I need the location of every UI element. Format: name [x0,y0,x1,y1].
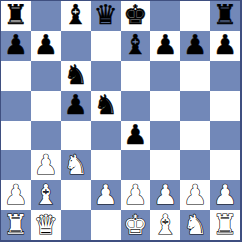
square-c4[interactable] [61,121,91,151]
square-c2[interactable] [61,180,91,210]
square-h4[interactable] [210,121,240,151]
square-a3[interactable] [1,150,31,180]
square-f4[interactable] [150,121,180,151]
square-h5[interactable] [210,91,240,121]
white-pawn[interactable]: ♟ [153,181,177,208]
square-a5[interactable] [1,91,31,121]
square-f6[interactable] [150,61,180,91]
square-c7[interactable] [61,31,91,61]
square-c6[interactable]: ♞ [61,61,91,91]
square-e5[interactable] [121,91,151,121]
square-b5[interactable] [31,91,61,121]
square-g5[interactable] [180,91,210,121]
square-d4[interactable] [91,121,121,151]
square-g1[interactable]: ♞ [180,210,210,240]
black-pawn[interactable]: ♟ [4,31,28,58]
square-g4[interactable] [180,121,210,151]
white-pawn[interactable]: ♟ [34,151,58,178]
square-b2[interactable]: ♝ [31,180,61,210]
square-g3[interactable] [180,150,210,180]
white-pawn[interactable]: ♟ [4,181,28,208]
square-h1[interactable]: ♜ [210,210,240,240]
square-e7[interactable]: ♝ [121,31,151,61]
square-b7[interactable]: ♟ [31,31,61,61]
square-c1[interactable] [61,210,91,240]
black-bishop[interactable]: ♝ [64,1,88,28]
black-queen[interactable]: ♛ [93,1,117,28]
white-pawn[interactable]: ♟ [93,181,117,208]
black-pawn[interactable]: ♟ [123,121,147,148]
square-a2[interactable]: ♟ [1,180,31,210]
square-f7[interactable]: ♟ [150,31,180,61]
white-pawn[interactable]: ♟ [183,181,207,208]
white-knight[interactable]: ♞ [64,151,88,178]
square-g6[interactable] [180,61,210,91]
square-f8[interactable] [150,1,180,31]
square-h7[interactable]: ♟ [210,31,240,61]
white-knight[interactable]: ♞ [183,211,207,238]
square-d8[interactable]: ♛ [91,1,121,31]
black-knight[interactable]: ♞ [64,61,88,88]
square-f5[interactable] [150,91,180,121]
white-rook[interactable]: ♜ [213,211,237,238]
square-b3[interactable]: ♟ [31,150,61,180]
square-b1[interactable]: ♛ [31,210,61,240]
square-g8[interactable] [180,1,210,31]
square-a7[interactable]: ♟ [1,31,31,61]
black-knight[interactable]: ♞ [93,91,117,118]
square-c8[interactable]: ♝ [61,1,91,31]
square-h3[interactable] [210,150,240,180]
square-f1[interactable]: ♝ [150,210,180,240]
square-e2[interactable]: ♟ [121,180,151,210]
square-g7[interactable]: ♟ [180,31,210,61]
square-d5[interactable]: ♞ [91,91,121,121]
white-pawn[interactable]: ♟ [213,181,237,208]
black-rook[interactable]: ♜ [213,1,237,28]
white-bishop[interactable]: ♝ [34,181,58,208]
square-d6[interactable] [91,61,121,91]
square-e4[interactable]: ♟ [121,121,151,151]
black-rook[interactable]: ♜ [4,1,28,28]
square-h2[interactable]: ♟ [210,180,240,210]
square-d3[interactable] [91,150,121,180]
square-a4[interactable] [1,121,31,151]
square-h8[interactable]: ♜ [210,1,240,31]
square-e3[interactable] [121,150,151,180]
black-pawn[interactable]: ♟ [153,31,177,58]
square-g2[interactable]: ♟ [180,180,210,210]
square-e1[interactable]: ♚ [121,210,151,240]
square-c3[interactable]: ♞ [61,150,91,180]
black-king[interactable]: ♚ [123,1,147,28]
black-pawn[interactable]: ♟ [64,91,88,118]
square-f3[interactable] [150,150,180,180]
square-f2[interactable]: ♟ [150,180,180,210]
white-rook[interactable]: ♜ [4,211,28,238]
black-pawn[interactable]: ♟ [183,31,207,58]
square-e6[interactable] [121,61,151,91]
square-a8[interactable]: ♜ [1,1,31,31]
white-queen[interactable]: ♛ [34,211,58,238]
square-c5[interactable]: ♟ [61,91,91,121]
white-king[interactable]: ♚ [123,211,147,238]
square-d7[interactable] [91,31,121,61]
square-a6[interactable] [1,61,31,91]
white-bishop[interactable]: ♝ [153,211,177,238]
black-bishop[interactable]: ♝ [123,31,147,58]
square-b4[interactable] [31,121,61,151]
black-pawn[interactable]: ♟ [34,31,58,58]
square-a1[interactable]: ♜ [1,210,31,240]
chess-board: ♜♝♛♚♜♟♟♝♟♟♟♞♟♞♟♟♞♟♝♟♟♟♟♟♜♛♚♝♞♜ [0,0,242,242]
square-b6[interactable] [31,61,61,91]
square-d2[interactable]: ♟ [91,180,121,210]
square-d1[interactable] [91,210,121,240]
square-e8[interactable]: ♚ [121,1,151,31]
square-h6[interactable] [210,61,240,91]
black-pawn[interactable]: ♟ [213,31,237,58]
square-b8[interactable] [31,1,61,31]
white-pawn[interactable]: ♟ [123,181,147,208]
